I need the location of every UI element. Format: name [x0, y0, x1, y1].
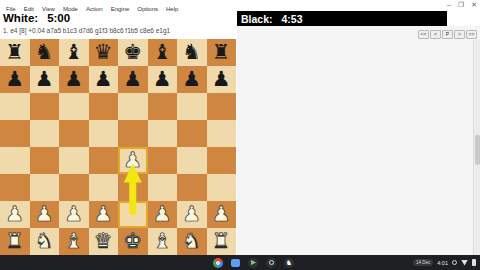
chess-board: ♜♞♝♛♚♝♞♜♟♟♟♟♟♟♟♟♟♟♟♟♟♟♟♟♜♞♝♛♚♝♞♜ — [0, 39, 236, 255]
battery-icon — [472, 259, 476, 266]
square-a6[interactable] — [0, 93, 30, 120]
square-f3[interactable] — [148, 174, 178, 201]
white-clock: White: 5:00 — [3, 12, 70, 24]
taskbar-apps: ♞ — [213, 255, 294, 270]
black-bishop: ♝ — [148, 39, 178, 65]
square-e7[interactable]: ♟ — [118, 66, 148, 93]
square-e2[interactable] — [118, 201, 148, 228]
black-rook: ♜ — [0, 39, 30, 65]
square-f5[interactable] — [148, 120, 178, 147]
square-g2[interactable]: ♟ — [177, 201, 207, 228]
square-e6[interactable] — [118, 93, 148, 120]
square-g8[interactable]: ♞ — [177, 39, 207, 66]
taskbar: ♞ 14 Dec 4:01 — [0, 255, 480, 270]
square-h1[interactable]: ♜ — [207, 228, 237, 255]
square-b3[interactable] — [30, 174, 60, 201]
black-clock-label: Black: — [241, 13, 273, 25]
black-clock: Black: 4:53 — [237, 11, 447, 26]
black-pawn: ♟ — [89, 66, 119, 92]
square-h2[interactable]: ♟ — [207, 201, 237, 228]
square-b7[interactable]: ♟ — [30, 66, 60, 93]
minimize-icon[interactable]: – — [447, 1, 451, 8]
square-e5[interactable] — [118, 120, 148, 147]
black-pawn: ♟ — [0, 66, 30, 92]
white-pawn: ♟ — [59, 201, 89, 227]
maximize-icon[interactable]: ❐ — [458, 1, 464, 8]
black-knight: ♞ — [177, 39, 207, 65]
square-e3[interactable] — [118, 174, 148, 201]
menu-engine[interactable]: Engine — [108, 6, 133, 12]
white-pawn: ♟ — [148, 201, 178, 227]
square-h5[interactable] — [207, 120, 237, 147]
square-a7[interactable]: ♟ — [0, 66, 30, 93]
square-c6[interactable] — [59, 93, 89, 120]
black-pawn: ♟ — [177, 66, 207, 92]
square-g1[interactable]: ♞ — [177, 228, 207, 255]
black-clock-time: 4:53 — [282, 13, 303, 25]
square-c4[interactable] — [59, 147, 89, 174]
white-knight: ♞ — [177, 228, 207, 254]
square-a2[interactable]: ♟ — [0, 201, 30, 228]
black-pawn: ♟ — [118, 66, 148, 92]
white-queen: ♛ — [89, 228, 119, 254]
white-pawn: ♟ — [0, 201, 30, 227]
play-store-icon[interactable] — [248, 258, 258, 268]
white-clock-time: 5:00 — [47, 12, 70, 24]
square-f4[interactable] — [148, 147, 178, 174]
square-g4[interactable] — [177, 147, 207, 174]
white-bishop: ♝ — [148, 228, 178, 254]
square-c8[interactable]: ♝ — [59, 39, 89, 66]
white-rook: ♜ — [207, 228, 237, 254]
nav-forward-button[interactable]: > — [454, 30, 465, 39]
side-panel: << < P > >> — [237, 26, 480, 255]
square-e4[interactable]: ♟ — [118, 147, 148, 174]
square-d4[interactable] — [89, 147, 119, 174]
white-pawn: ♟ — [177, 201, 207, 227]
square-d3[interactable] — [89, 174, 119, 201]
white-pawn: ♟ — [118, 147, 148, 173]
nav-back-button[interactable]: < — [430, 30, 441, 39]
square-f7[interactable]: ♟ — [148, 66, 178, 93]
black-pawn: ♟ — [207, 66, 237, 92]
square-h8[interactable]: ♜ — [207, 39, 237, 66]
close-icon[interactable]: ✕ — [471, 1, 477, 8]
wifi-icon — [461, 260, 468, 266]
nav-first-button[interactable]: << — [418, 30, 429, 39]
square-b2[interactable]: ♟ — [30, 201, 60, 228]
square-f1[interactable]: ♝ — [148, 228, 178, 255]
white-knight: ♞ — [30, 228, 60, 254]
square-g5[interactable] — [177, 120, 207, 147]
square-d8[interactable]: ♛ — [89, 39, 119, 66]
black-queen: ♛ — [89, 39, 119, 65]
square-d2[interactable]: ♟ — [89, 201, 119, 228]
square-b6[interactable] — [30, 93, 60, 120]
board-area: ♜♞♝♛♚♝♞♜♟♟♟♟♟♟♟♟♟♟♟♟♟♟♟♟♜♞♝♛♚♝♞♜ — [0, 39, 236, 255]
nav-position-button[interactable]: P — [442, 30, 453, 39]
square-d1[interactable]: ♛ — [89, 228, 119, 255]
white-pawn: ♟ — [30, 201, 60, 227]
square-f8[interactable]: ♝ — [148, 39, 178, 66]
black-pawn: ♟ — [148, 66, 178, 92]
chrome-icon[interactable] — [213, 258, 223, 268]
square-c5[interactable] — [59, 120, 89, 147]
chess-app-icon[interactable]: ♞ — [284, 258, 294, 268]
square-c1[interactable]: ♝ — [59, 228, 89, 255]
square-a3[interactable] — [0, 174, 30, 201]
square-b5[interactable] — [30, 120, 60, 147]
square-g7[interactable]: ♟ — [177, 66, 207, 93]
square-a1[interactable]: ♜ — [0, 228, 30, 255]
window-controls: – ❐ ✕ — [447, 1, 477, 8]
black-pawn: ♟ — [59, 66, 89, 92]
scrollbar-thumb[interactable] — [475, 135, 480, 165]
square-a5[interactable] — [0, 120, 30, 147]
square-d5[interactable] — [89, 120, 119, 147]
square-c3[interactable] — [59, 174, 89, 201]
square-g6[interactable] — [177, 93, 207, 120]
square-a8[interactable]: ♜ — [0, 39, 30, 66]
square-h7[interactable]: ♟ — [207, 66, 237, 93]
files-icon[interactable] — [231, 259, 240, 267]
square-f6[interactable] — [148, 93, 178, 120]
white-pawn: ♟ — [207, 201, 237, 227]
white-bishop: ♝ — [59, 228, 89, 254]
menu-help[interactable]: Help — [163, 6, 181, 12]
square-e1[interactable]: ♚ — [118, 228, 148, 255]
notification-icon — [452, 260, 457, 265]
black-knight: ♞ — [30, 39, 60, 65]
game-navigation: << < P > >> — [418, 30, 477, 39]
square-b1[interactable]: ♞ — [30, 228, 60, 255]
square-f2[interactable]: ♟ — [148, 201, 178, 228]
square-d6[interactable] — [89, 93, 119, 120]
camera-icon[interactable] — [266, 258, 276, 268]
white-pawn: ♟ — [89, 201, 119, 227]
square-h6[interactable] — [207, 93, 237, 120]
white-rook: ♜ — [0, 228, 30, 254]
engine-analysis-line: 1. e4 [8] +0.04 a7a5 b1c3 d7d6 g1f3 b8c6… — [3, 27, 170, 34]
clock-time: 4:01 — [437, 260, 448, 266]
square-b8[interactable]: ♞ — [30, 39, 60, 66]
square-d7[interactable]: ♟ — [89, 66, 119, 93]
square-e8[interactable]: ♚ — [118, 39, 148, 66]
nav-last-button[interactable]: >> — [466, 30, 477, 39]
square-g3[interactable] — [177, 174, 207, 201]
black-pawn: ♟ — [30, 66, 60, 92]
white-clock-label: White: — [3, 12, 38, 24]
square-h3[interactable] — [207, 174, 237, 201]
menu-action[interactable]: Action — [83, 6, 106, 12]
white-king: ♚ — [118, 228, 148, 254]
black-rook: ♜ — [207, 39, 237, 65]
square-h4[interactable] — [207, 147, 237, 174]
square-c7[interactable]: ♟ — [59, 66, 89, 93]
system-tray[interactable]: 14 Dec 4:01 — [413, 255, 476, 270]
square-b4[interactable] — [30, 147, 60, 174]
black-bishop: ♝ — [59, 39, 89, 65]
menu-options[interactable]: Options — [134, 6, 161, 12]
black-king: ♚ — [118, 39, 148, 65]
square-c2[interactable]: ♟ — [59, 201, 89, 228]
scrollbar[interactable] — [473, 40, 480, 255]
square-a4[interactable] — [0, 147, 30, 174]
date-chip[interactable]: 14 Dec — [413, 259, 433, 266]
